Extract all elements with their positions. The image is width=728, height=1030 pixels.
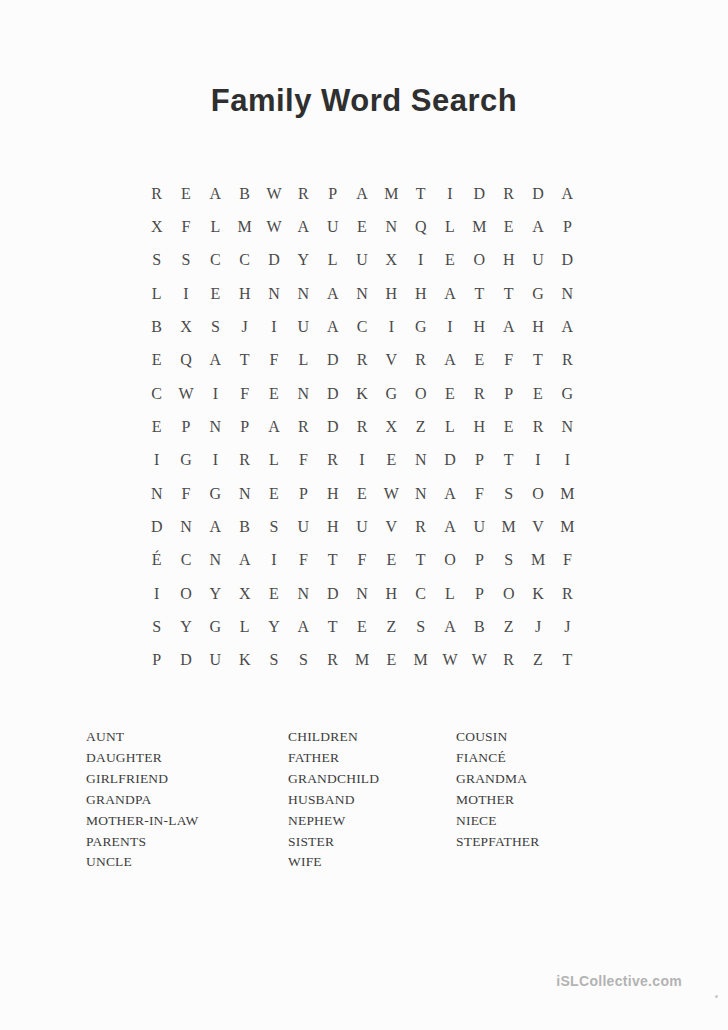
grid-cell-r8c7: D (318, 410, 347, 443)
word-item-grandma: GRANDMA (456, 769, 540, 790)
grid-cell-r14c2: Y (171, 610, 200, 643)
grid-cell-r14c12: B (465, 610, 494, 643)
grid-cell-r14c14: J (523, 610, 552, 643)
grid-cell-r15c12: W (465, 644, 494, 677)
grid-cell-r13c13: O (494, 577, 523, 610)
grid-cell-r5c8: C (347, 310, 376, 343)
grid-cell-r13c9: H (377, 577, 406, 610)
grid-cell-r9c4: R (230, 444, 259, 477)
grid-cell-r14c10: S (406, 610, 435, 643)
grid-cell-r13c1: I (142, 577, 171, 610)
grid-cell-r11c1: D (142, 510, 171, 543)
grid-cell-r6c2: Q (171, 344, 200, 377)
grid-cell-r11c11: A (435, 510, 464, 543)
grid-cell-r11c8: U (347, 510, 376, 543)
grid-cell-r8c13: E (494, 410, 523, 443)
grid-cell-r15c11: W (435, 644, 464, 677)
grid-cell-r8c8: R (347, 410, 376, 443)
grid-cell-r11c10: R (406, 510, 435, 543)
word-item-parents: PARENTS (86, 832, 199, 853)
grid-cell-r8c12: H (465, 410, 494, 443)
grid-cell-r13c4: X (230, 577, 259, 610)
grid-cell-r15c14: Z (523, 644, 552, 677)
grid-cell-r4c6: N (289, 277, 318, 310)
grid-cell-r9c3: I (201, 444, 230, 477)
grid-cell-r1c4: B (230, 177, 259, 210)
grid-cell-r4c15: N (553, 277, 582, 310)
grid-cell-r2c6: A (289, 210, 318, 243)
grid-cell-r1c11: I (435, 177, 464, 210)
grid-cell-r8c15: N (553, 410, 582, 443)
grid-cell-r3c5: D (259, 244, 288, 277)
grid-cell-r10c6: P (289, 477, 318, 510)
grid-cell-r12c8: F (347, 544, 376, 577)
grid-cell-r10c13: S (494, 477, 523, 510)
grid-cell-r6c12: E (465, 344, 494, 377)
grid-cell-r5c11: I (435, 310, 464, 343)
grid-cell-r1c9: M (377, 177, 406, 210)
grid-cell-r5c7: A (318, 310, 347, 343)
grid-cell-r7c8: K (347, 377, 376, 410)
grid-cell-r1c12: D (465, 177, 494, 210)
grid-cell-r7c5: E (259, 377, 288, 410)
grid-cell-r8c5: A (259, 410, 288, 443)
word-item-mother: MOTHER (456, 790, 540, 811)
grid-cell-r1c2: E (171, 177, 200, 210)
grid-cell-r1c3: A (201, 177, 230, 210)
grid-cell-r2c8: E (347, 210, 376, 243)
word-list: AUNT DAUGHTER GIRLFRIEND GRANDPA MOTHER-… (0, 727, 728, 877)
grid-cell-r3c15: D (553, 244, 582, 277)
grid-cell-r1c1: R (142, 177, 171, 210)
grid-cell-r7c3: I (201, 377, 230, 410)
word-item-mother-in-law: MOTHER-IN-LAW (86, 811, 199, 832)
grid-cell-r4c12: T (465, 277, 494, 310)
grid-cell-r4c11: A (435, 277, 464, 310)
grid-cell-r1c10: T (406, 177, 435, 210)
word-item-daughter: DAUGHTER (86, 748, 199, 769)
grid-cell-r11c7: H (318, 510, 347, 543)
grid-cell-r6c8: R (347, 344, 376, 377)
grid-cell-r2c15: P (553, 210, 582, 243)
grid-cell-r2c10: Q (406, 210, 435, 243)
grid-cell-r15c4: K (230, 644, 259, 677)
word-item-grandchild: GRANDCHILD (288, 769, 379, 790)
word-item-husband: HUSBAND (288, 790, 379, 811)
grid-cell-r9c12: P (465, 444, 494, 477)
grid-cell-r7c15: G (553, 377, 582, 410)
grid-cell-r6c3: A (201, 344, 230, 377)
grid-cell-r7c12: R (465, 377, 494, 410)
grid-cell-r14c1: S (142, 610, 171, 643)
grid-cell-r6c6: L (289, 344, 318, 377)
grid-cell-r6c7: D (318, 344, 347, 377)
word-item-grandpa: GRANDPA (86, 790, 199, 811)
grid-cell-r7c14: E (523, 377, 552, 410)
grid-cell-r11c2: N (171, 510, 200, 543)
grid-cell-r9c15: I (553, 444, 582, 477)
grid-cell-r7c9: G (377, 377, 406, 410)
grid-cell-r6c5: F (259, 344, 288, 377)
word-item-children: CHILDREN (288, 727, 379, 748)
grid-cell-r10c2: F (171, 477, 200, 510)
word-item-father: FATHER (288, 748, 379, 769)
grid-cell-r14c13: Z (494, 610, 523, 643)
grid-cell-r2c11: L (435, 210, 464, 243)
grid-cell-r11c9: V (377, 510, 406, 543)
grid-cell-r2c14: A (523, 210, 552, 243)
grid-cell-r11c15: M (553, 510, 582, 543)
grid-cell-r10c8: E (347, 477, 376, 510)
grid-cell-r5c2: X (171, 310, 200, 343)
grid-cell-r3c10: I (406, 244, 435, 277)
grid-cell-r13c8: N (347, 577, 376, 610)
grid-cell-r3c3: C (201, 244, 230, 277)
grid-cell-r7c2: W (171, 377, 200, 410)
grid-cell-r6c9: V (377, 344, 406, 377)
grid-cell-r5c15: A (553, 310, 582, 343)
grid-cell-r6c10: R (406, 344, 435, 377)
grid-cell-r14c9: Z (377, 610, 406, 643)
grid-cell-r12c11: O (435, 544, 464, 577)
grid-cell-r13c3: Y (201, 577, 230, 610)
word-item-niece: NIECE (456, 811, 540, 832)
word-list-column-3: COUSIN FIANCÉ GRANDMA MOTHER NIECE STEPF… (456, 727, 540, 852)
grid-cell-r5c10: G (406, 310, 435, 343)
grid-cell-r12c3: N (201, 544, 230, 577)
grid-cell-r9c14: I (523, 444, 552, 477)
grid-cell-r9c10: N (406, 444, 435, 477)
grid-cell-r14c6: A (289, 610, 318, 643)
grid-cell-r8c11: L (435, 410, 464, 443)
grid-cell-r10c14: O (523, 477, 552, 510)
grid-cell-r12c12: P (465, 544, 494, 577)
grid-cell-r8c6: R (289, 410, 318, 443)
grid-cell-r4c1: L (142, 277, 171, 310)
grid-cell-r14c7: T (318, 610, 347, 643)
grid-cell-r3c2: S (171, 244, 200, 277)
grid-cell-r10c4: N (230, 477, 259, 510)
grid-cell-r15c1: P (142, 644, 171, 677)
grid-cell-r1c15: A (553, 177, 582, 210)
grid-cell-r1c14: D (523, 177, 552, 210)
grid-cell-r9c7: R (318, 444, 347, 477)
grid-cell-r1c8: A (347, 177, 376, 210)
grid-cell-r10c3: G (201, 477, 230, 510)
grid-cell-r2c2: F (171, 210, 200, 243)
grid-cell-r7c13: P (494, 377, 523, 410)
word-item-nephew: NEPHEW (288, 811, 379, 832)
grid-cell-r10c1: N (142, 477, 171, 510)
grid-cell-r5c13: A (494, 310, 523, 343)
grid-cell-r9c2: G (171, 444, 200, 477)
word-list-column-1: AUNT DAUGHTER GIRLFRIEND GRANDPA MOTHER-… (86, 727, 199, 873)
grid-cell-r13c2: O (171, 577, 200, 610)
grid-cell-r9c13: T (494, 444, 523, 477)
grid-cell-r12c15: F (553, 544, 582, 577)
grid-cell-r3c9: X (377, 244, 406, 277)
word-item-girlfriend: GIRLFRIEND (86, 769, 199, 790)
grid-cell-r15c15: T (553, 644, 582, 677)
grid-cell-r5c12: H (465, 310, 494, 343)
grid-cell-r12c7: T (318, 544, 347, 577)
grid-cell-r2c12: M (465, 210, 494, 243)
grid-cell-r2c4: M (230, 210, 259, 243)
grid-cell-r13c11: L (435, 577, 464, 610)
grid-cell-r15c3: U (201, 644, 230, 677)
grid-cell-r12c9: E (377, 544, 406, 577)
grid-cell-r8c1: E (142, 410, 171, 443)
grid-cell-r8c14: R (523, 410, 552, 443)
word-search-grid: REABWRPAMTIDRDAXFLMWAUENQLMEAPSSCCDYLUXI… (142, 177, 582, 677)
grid-cell-r10c12: F (465, 477, 494, 510)
grid-cell-r7c4: F (230, 377, 259, 410)
grid-cell-r10c15: M (553, 477, 582, 510)
grid-cell-r12c14: M (523, 544, 552, 577)
grid-cell-r12c2: C (171, 544, 200, 577)
grid-cell-r15c6: S (289, 644, 318, 677)
grid-cell-r12c10: T (406, 544, 435, 577)
grid-cell-r7c10: O (406, 377, 435, 410)
grid-cell-r15c13: R (494, 644, 523, 677)
grid-cell-r11c4: B (230, 510, 259, 543)
grid-cell-r14c15: J (553, 610, 582, 643)
grid-cell-r7c11: E (435, 377, 464, 410)
grid-cell-r10c10: N (406, 477, 435, 510)
grid-cell-r4c10: H (406, 277, 435, 310)
grid-cell-r11c12: U (465, 510, 494, 543)
grid-cell-r13c14: K (523, 577, 552, 610)
grid-cell-r8c10: Z (406, 410, 435, 443)
worksheet-page: Family Word Search REABWRPAMTIDRDAXFLMWA… (0, 0, 728, 1030)
grid-cell-r6c11: A (435, 344, 464, 377)
grid-cell-r3c14: U (523, 244, 552, 277)
grid-cell-r4c13: T (494, 277, 523, 310)
grid-cell-r12c5: I (259, 544, 288, 577)
grid-cell-r3c6: Y (289, 244, 318, 277)
grid-cell-r2c3: L (201, 210, 230, 243)
grid-cell-r14c4: L (230, 610, 259, 643)
grid-cell-r14c3: G (201, 610, 230, 643)
grid-cell-r4c2: I (171, 277, 200, 310)
grid-cell-r7c7: D (318, 377, 347, 410)
grid-cell-r11c14: V (523, 510, 552, 543)
grid-cell-r1c6: R (289, 177, 318, 210)
grid-cell-r12c6: F (289, 544, 318, 577)
grid-cell-r9c9: E (377, 444, 406, 477)
grid-cell-r12c4: A (230, 544, 259, 577)
grid-cell-r5c1: B (142, 310, 171, 343)
grid-cell-r1c7: P (318, 177, 347, 210)
grid-cell-r13c7: D (318, 577, 347, 610)
grid-cell-r7c6: N (289, 377, 318, 410)
grid-cell-r2c13: E (494, 210, 523, 243)
grid-cell-r4c9: H (377, 277, 406, 310)
word-item-wife: WIFE (288, 852, 379, 873)
scan-artifact-dot (715, 995, 718, 998)
grid-cell-r3c13: H (494, 244, 523, 277)
word-item-uncle: UNCLE (86, 852, 199, 873)
grid-cell-r6c14: T (523, 344, 552, 377)
grid-cell-r5c4: J (230, 310, 259, 343)
word-item-fiance: FIANCÉ (456, 748, 540, 769)
grid-cell-r11c6: U (289, 510, 318, 543)
grid-cell-r9c11: D (435, 444, 464, 477)
grid-cell-r9c6: F (289, 444, 318, 477)
grid-cell-r2c1: X (142, 210, 171, 243)
grid-cell-r12c1: É (142, 544, 171, 577)
puzzle-title: Family Word Search (0, 83, 728, 119)
grid-cell-r8c4: P (230, 410, 259, 443)
grid-cell-r14c8: E (347, 610, 376, 643)
grid-cell-r14c5: Y (259, 610, 288, 643)
grid-cell-r1c13: R (494, 177, 523, 210)
grid-cell-r13c5: E (259, 577, 288, 610)
grid-cell-r6c15: R (553, 344, 582, 377)
grid-cell-r3c1: S (142, 244, 171, 277)
grid-cell-r3c7: L (318, 244, 347, 277)
grid-cell-r2c9: N (377, 210, 406, 243)
grid-cell-r7c1: C (142, 377, 171, 410)
grid-cell-r5c5: I (259, 310, 288, 343)
grid-cell-r15c2: D (171, 644, 200, 677)
grid-cell-r4c14: G (523, 277, 552, 310)
grid-cell-r1c5: W (259, 177, 288, 210)
grid-cell-r5c6: U (289, 310, 318, 343)
grid-cell-r11c3: A (201, 510, 230, 543)
grid-cell-r15c10: M (406, 644, 435, 677)
grid-cell-r10c9: W (377, 477, 406, 510)
grid-cell-r14c11: A (435, 610, 464, 643)
word-list-column-2: CHILDREN FATHER GRANDCHILD HUSBAND NEPHE… (288, 727, 379, 873)
grid-cell-r11c13: M (494, 510, 523, 543)
grid-cell-r13c15: R (553, 577, 582, 610)
grid-cell-r3c11: E (435, 244, 464, 277)
grid-cell-r4c4: H (230, 277, 259, 310)
grid-cell-r3c12: O (465, 244, 494, 277)
grid-cell-r3c8: U (347, 244, 376, 277)
grid-cell-r10c11: A (435, 477, 464, 510)
grid-cell-r6c4: T (230, 344, 259, 377)
grid-cell-r12c13: S (494, 544, 523, 577)
grid-cell-r15c9: E (377, 644, 406, 677)
grid-cell-r9c8: I (347, 444, 376, 477)
grid-cell-r5c9: I (377, 310, 406, 343)
grid-cell-r8c2: P (171, 410, 200, 443)
grid-cell-r9c1: I (142, 444, 171, 477)
grid-cell-r10c7: H (318, 477, 347, 510)
grid-cell-r6c13: F (494, 344, 523, 377)
grid-cell-r8c9: X (377, 410, 406, 443)
word-item-sister: SISTER (288, 832, 379, 853)
grid-cell-r5c14: H (523, 310, 552, 343)
grid-cell-r9c5: L (259, 444, 288, 477)
grid-cell-r11c5: S (259, 510, 288, 543)
grid-cell-r15c7: R (318, 644, 347, 677)
grid-cell-r2c7: U (318, 210, 347, 243)
grid-cell-r3c4: C (230, 244, 259, 277)
grid-cell-r13c6: N (289, 577, 318, 610)
grid-cell-r15c8: M (347, 644, 376, 677)
grid-cell-r5c3: S (201, 310, 230, 343)
grid-cell-r8c3: N (201, 410, 230, 443)
grid-cell-r2c5: W (259, 210, 288, 243)
grid-cell-r4c7: A (318, 277, 347, 310)
word-item-cousin: COUSIN (456, 727, 540, 748)
grid-cell-r13c12: P (465, 577, 494, 610)
brand-watermark: iSLCollective.com (556, 973, 682, 989)
grid-cell-r6c1: E (142, 344, 171, 377)
grid-cell-r15c5: S (259, 644, 288, 677)
grid-cell-r10c5: E (259, 477, 288, 510)
grid-cell-r4c3: E (201, 277, 230, 310)
word-item-stepfather: STEPFATHER (456, 832, 540, 853)
word-item-aunt: AUNT (86, 727, 199, 748)
grid-cell-r13c10: C (406, 577, 435, 610)
grid-cell-r4c8: N (347, 277, 376, 310)
grid-cell-r4c5: N (259, 277, 288, 310)
